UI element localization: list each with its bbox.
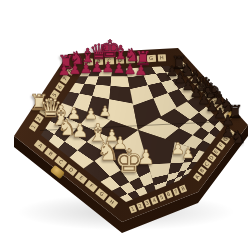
red-pawn: ♟ [58,62,71,78]
white-king: ♚ [115,142,144,180]
three-player-chess-photo: 12345678ABCDEFGH12345678ABCDEFGH12345678… [0,0,250,250]
chess-pieces: ♜♞♝♛♚♝♞♜♟♟♟♟♟♟♟♟♜♞♝♛♚♝♞♜♟♟♟♟♟♟♟♟♟♞♜♛♝♟♞♟… [0,0,250,250]
red-pawn: ♟ [69,61,82,77]
white-pawn: ♟ [99,103,112,119]
white-pawn: ♟ [182,145,195,161]
black-knight: ♞ [230,127,245,147]
red-pawn: ♟ [80,60,93,76]
white-pawn: ♟ [71,119,88,141]
red-pawn: ♟ [135,62,148,78]
